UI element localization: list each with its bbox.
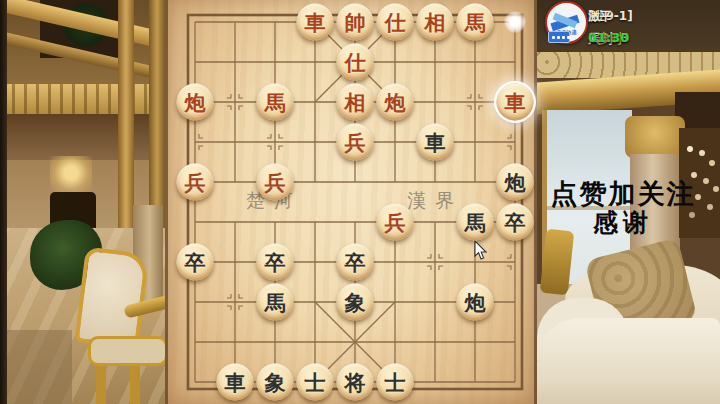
- piece-red-馬[interactable]: 馬: [457, 4, 494, 41]
- rug: [0, 330, 72, 404]
- armchair-legs: [96, 366, 158, 404]
- piece-red-炮[interactable]: 炮: [177, 84, 214, 121]
- piece-red-仕[interactable]: 仕: [377, 4, 414, 41]
- piece-black-車[interactable]: 車: [417, 124, 454, 161]
- sofa-seat: [537, 318, 720, 404]
- piece-black-象[interactable]: 象: [337, 284, 374, 321]
- piece-black-象[interactable]: 象: [257, 364, 294, 401]
- promo-line-2: 感谢: [539, 210, 707, 235]
- piece-red-車[interactable]: 車: [297, 4, 334, 41]
- promo-text-overlay: 点赞加关注 感谢: [539, 180, 707, 250]
- piece-black-卒[interactable]: 卒: [497, 204, 534, 241]
- avatar-badge: [548, 31, 570, 43]
- photo-edge: [0, 0, 7, 404]
- piece-black-炮[interactable]: 炮: [457, 284, 494, 321]
- piece-red-兵[interactable]: 兵: [337, 124, 374, 161]
- piece-red-兵[interactable]: 兵: [177, 164, 214, 201]
- piece-red-帥[interactable]: 帥: [337, 4, 374, 41]
- piece-red-兵[interactable]: 兵: [377, 204, 414, 241]
- last-move-origin-marker: [504, 11, 526, 33]
- mouse-cursor: [474, 241, 488, 261]
- move-time-value: 01:30: [588, 30, 629, 45]
- promo-line-1: 点赞加关注: [539, 180, 707, 207]
- piece-red-馬[interactable]: 馬: [257, 84, 294, 121]
- column-capital: [625, 116, 685, 158]
- balcony-underside: [0, 114, 165, 160]
- piece-black-卒[interactable]: 卒: [177, 244, 214, 281]
- piece-red-相[interactable]: 相: [417, 4, 454, 41]
- gold-pilaster: [118, 0, 134, 238]
- piece-red-炮[interactable]: 炮: [377, 84, 414, 121]
- armchair-seat: [88, 336, 165, 366]
- piece-black-士[interactable]: 士: [297, 364, 334, 401]
- piece-black-士[interactable]: 士: [377, 364, 414, 401]
- piece-black-将[interactable]: 将: [337, 364, 374, 401]
- xiangqi-board[interactable]: 楚河 漢界 車帥仕相馬仕炮馬相炮車兵兵兵兵車炮馬卒卒卒卒馬象炮車象士将士: [165, 0, 537, 404]
- piece-red-車[interactable]: 車: [497, 84, 534, 121]
- piece-red-兵[interactable]: 兵: [257, 164, 294, 201]
- piece-black-卒[interactable]: 卒: [337, 244, 374, 281]
- piece-black-車[interactable]: 車: [217, 364, 254, 401]
- background-left-room: [0, 0, 165, 404]
- player-hud: 天天快递 [业9-1] 激平 局时 12:23步时 01:30: [537, 0, 720, 52]
- piece-black-卒[interactable]: 卒: [257, 244, 294, 281]
- piece-red-相[interactable]: 相: [337, 84, 374, 121]
- piece-black-馬[interactable]: 馬: [457, 204, 494, 241]
- piece-red-仕[interactable]: 仕: [337, 44, 374, 81]
- screenshot-stage: 楚河 漢界 車帥仕相馬仕炮馬相炮車兵兵兵兵車炮馬卒卒卒卒馬象炮車象士将士 天天快…: [0, 0, 720, 404]
- gold-armchair: [74, 246, 149, 349]
- balcony-rail: [0, 84, 165, 114]
- piece-black-炮[interactable]: 炮: [497, 164, 534, 201]
- gold-pilaster: [149, 0, 165, 238]
- piece-black-馬[interactable]: 馬: [257, 284, 294, 321]
- player-name: 激平: [588, 8, 612, 25]
